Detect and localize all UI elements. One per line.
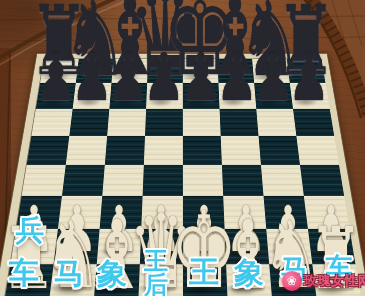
square-c5[interactable] <box>105 136 145 165</box>
square-a5[interactable] <box>27 136 70 165</box>
square-e5[interactable] <box>183 136 222 165</box>
square-g5[interactable] <box>259 136 300 165</box>
piece-black-pawn-h7[interactable]: ♟ <box>288 45 330 111</box>
square-h5[interactable] <box>296 136 339 165</box>
square-b5[interactable] <box>66 136 107 165</box>
piece-white-rook-h1[interactable]: ♜ <box>308 215 363 296</box>
square-f5[interactable] <box>221 136 261 165</box>
square-d5[interactable] <box>144 136 183 165</box>
chess-game-window: ♜♞♝♛♚♝♞♜♟♟♟♟♟♟♟♟♟♟♟♟♟♟♟♟♜♞♝♛♚♝♞♜ 兵车马象王后王… <box>0 0 365 296</box>
